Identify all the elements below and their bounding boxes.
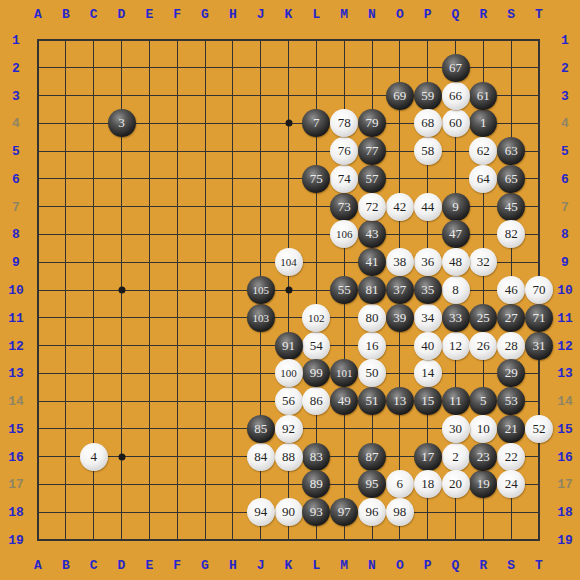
move-number: 72 <box>366 199 379 215</box>
white-stone-move-4: 4 <box>80 443 108 471</box>
black-stone-move-29: 29 <box>497 359 525 387</box>
row-label-right: 1 <box>561 34 569 47</box>
move-number: 38 <box>393 254 406 270</box>
black-stone-move-47: 47 <box>442 220 470 248</box>
black-stone-move-59: 59 <box>414 82 442 110</box>
move-number: 3 <box>118 115 125 131</box>
column-label-bottom: E <box>145 559 153 572</box>
move-number: 10 <box>477 421 490 437</box>
move-number: 102 <box>308 312 325 324</box>
row-label-left: 12 <box>8 339 24 352</box>
column-label-top: H <box>229 8 237 21</box>
black-stone-move-69: 69 <box>386 82 414 110</box>
move-number: 79 <box>366 115 379 131</box>
white-stone-move-96: 96 <box>358 498 386 526</box>
white-stone-move-46: 46 <box>497 276 525 304</box>
black-stone-move-65: 65 <box>497 165 525 193</box>
column-label-bottom: A <box>34 559 42 572</box>
move-number: 62 <box>477 143 490 159</box>
row-label-right: 11 <box>557 311 573 324</box>
row-label-left: 4 <box>12 117 20 130</box>
white-stone-move-26: 26 <box>469 332 497 360</box>
move-number: 1 <box>480 115 487 131</box>
move-number: 49 <box>338 393 351 409</box>
black-stone-move-55: 55 <box>330 276 358 304</box>
white-stone-move-52: 52 <box>525 415 553 443</box>
row-label-left: 7 <box>12 200 20 213</box>
row-label-left: 11 <box>8 311 24 324</box>
move-number: 16 <box>366 338 379 354</box>
black-stone-move-11: 11 <box>442 387 470 415</box>
black-stone-move-93: 93 <box>302 498 330 526</box>
row-label-left: 9 <box>12 256 20 269</box>
column-label-top: L <box>312 8 320 21</box>
move-number: 97 <box>338 504 351 520</box>
row-label-right: 9 <box>561 256 569 269</box>
move-number: 40 <box>421 338 434 354</box>
move-number: 44 <box>421 199 434 215</box>
move-number: 14 <box>421 365 434 381</box>
move-number: 46 <box>505 282 518 298</box>
white-stone-move-14: 14 <box>414 359 442 387</box>
column-label-top: N <box>368 8 376 21</box>
column-label-bottom: P <box>424 559 432 572</box>
move-number: 106 <box>336 228 353 240</box>
white-stone-move-38: 38 <box>386 248 414 276</box>
black-stone-move-57: 57 <box>358 165 386 193</box>
move-number: 19 <box>477 476 490 492</box>
white-stone-move-28: 28 <box>497 332 525 360</box>
black-stone-move-105: 105 <box>247 276 275 304</box>
white-stone-move-104: 104 <box>275 248 303 276</box>
move-number: 7 <box>313 115 320 131</box>
move-number: 42 <box>393 199 406 215</box>
move-number: 31 <box>533 338 546 354</box>
white-stone-move-32: 32 <box>469 248 497 276</box>
black-stone-move-15: 15 <box>414 387 442 415</box>
column-label-top: A <box>34 8 42 21</box>
white-stone-move-16: 16 <box>358 332 386 360</box>
row-label-left: 6 <box>12 172 20 185</box>
move-number: 9 <box>452 199 459 215</box>
black-stone-move-101: 101 <box>330 359 358 387</box>
star-point <box>118 287 125 294</box>
column-label-bottom: B <box>62 559 70 572</box>
move-number: 71 <box>533 310 546 326</box>
column-label-bottom: G <box>201 559 209 572</box>
column-label-bottom: F <box>173 559 181 572</box>
white-stone-move-30: 30 <box>442 415 470 443</box>
move-number: 25 <box>477 310 490 326</box>
white-stone-move-90: 90 <box>275 498 303 526</box>
black-stone-move-81: 81 <box>358 276 386 304</box>
move-number: 95 <box>366 476 379 492</box>
move-number: 36 <box>421 254 434 270</box>
white-stone-move-68: 68 <box>414 109 442 137</box>
move-number: 60 <box>449 115 462 131</box>
row-label-left: 3 <box>12 89 20 102</box>
move-number: 96 <box>366 504 379 520</box>
black-stone-move-13: 13 <box>386 387 414 415</box>
column-label-top: P <box>424 8 432 21</box>
white-stone-move-44: 44 <box>414 193 442 221</box>
row-label-left: 13 <box>8 367 24 380</box>
move-number: 15 <box>421 393 434 409</box>
black-stone-move-83: 83 <box>302 443 330 471</box>
column-label-top: C <box>90 8 98 21</box>
move-number: 77 <box>366 143 379 159</box>
move-number: 93 <box>310 504 323 520</box>
black-stone-move-31: 31 <box>525 332 553 360</box>
move-number: 8 <box>452 282 459 298</box>
white-stone-move-2: 2 <box>442 443 470 471</box>
column-label-top: D <box>118 8 126 21</box>
move-number: 51 <box>366 393 379 409</box>
move-number: 92 <box>282 421 295 437</box>
white-stone-move-102: 102 <box>302 304 330 332</box>
black-stone-move-3: 3 <box>108 109 136 137</box>
move-number: 59 <box>421 88 434 104</box>
move-number: 2 <box>452 449 459 465</box>
column-label-top: J <box>257 8 265 21</box>
black-stone-move-21: 21 <box>497 415 525 443</box>
move-number: 30 <box>449 421 462 437</box>
column-label-bottom: K <box>285 559 293 572</box>
go-board[interactable]: AABBCCDDEEFFGGHHJJKKLLMMNNOOPPQQRRSSTT11… <box>0 0 580 580</box>
white-stone-move-72: 72 <box>358 193 386 221</box>
black-stone-move-49: 49 <box>330 387 358 415</box>
white-stone-move-24: 24 <box>497 470 525 498</box>
column-label-bottom: S <box>507 559 515 572</box>
column-label-top: G <box>201 8 209 21</box>
move-number: 105 <box>252 284 269 296</box>
black-stone-move-37: 37 <box>386 276 414 304</box>
column-label-top: F <box>173 8 181 21</box>
move-number: 13 <box>393 393 406 409</box>
row-label-right: 10 <box>557 284 573 297</box>
black-stone-move-87: 87 <box>358 443 386 471</box>
black-stone-move-97: 97 <box>330 498 358 526</box>
move-number: 81 <box>366 282 379 298</box>
black-stone-move-39: 39 <box>386 304 414 332</box>
black-stone-move-63: 63 <box>497 137 525 165</box>
move-number: 21 <box>505 421 518 437</box>
white-stone-move-20: 20 <box>442 470 470 498</box>
move-number: 61 <box>477 88 490 104</box>
move-number: 78 <box>338 115 351 131</box>
row-label-right: 2 <box>561 61 569 74</box>
black-stone-move-7: 7 <box>302 109 330 137</box>
move-number: 74 <box>338 171 351 187</box>
row-label-right: 5 <box>561 145 569 158</box>
column-label-top: M <box>340 8 348 21</box>
white-stone-move-48: 48 <box>442 248 470 276</box>
move-number: 50 <box>366 365 379 381</box>
black-stone-move-5: 5 <box>469 387 497 415</box>
white-stone-move-82: 82 <box>497 220 525 248</box>
move-number: 17 <box>421 449 434 465</box>
white-stone-move-80: 80 <box>358 304 386 332</box>
move-number: 80 <box>366 310 379 326</box>
row-label-right: 8 <box>561 228 569 241</box>
move-number: 26 <box>477 338 490 354</box>
row-label-right: 4 <box>561 117 569 130</box>
column-label-top: R <box>479 8 487 21</box>
move-number: 45 <box>505 199 518 215</box>
column-label-top: E <box>145 8 153 21</box>
move-number: 67 <box>449 60 462 76</box>
row-label-left: 10 <box>8 284 24 297</box>
white-stone-move-8: 8 <box>442 276 470 304</box>
move-number: 4 <box>90 449 97 465</box>
move-number: 101 <box>336 367 353 379</box>
black-stone-move-77: 77 <box>358 137 386 165</box>
row-label-right: 12 <box>557 339 573 352</box>
move-number: 88 <box>282 449 295 465</box>
row-label-left: 2 <box>12 61 20 74</box>
move-number: 84 <box>254 449 267 465</box>
move-number: 63 <box>505 143 518 159</box>
row-label-right: 7 <box>561 200 569 213</box>
column-label-top: T <box>535 8 543 21</box>
move-number: 34 <box>421 310 434 326</box>
white-stone-move-36: 36 <box>414 248 442 276</box>
row-label-left: 1 <box>12 34 20 47</box>
move-number: 32 <box>477 254 490 270</box>
white-stone-move-78: 78 <box>330 109 358 137</box>
move-number: 29 <box>505 365 518 381</box>
white-stone-move-54: 54 <box>302 332 330 360</box>
white-stone-move-64: 64 <box>469 165 497 193</box>
move-number: 56 <box>282 393 295 409</box>
column-label-bottom: L <box>312 559 320 572</box>
move-number: 73 <box>338 199 351 215</box>
black-stone-move-25: 25 <box>469 304 497 332</box>
black-stone-move-27: 27 <box>497 304 525 332</box>
move-number: 91 <box>282 338 295 354</box>
white-stone-move-60: 60 <box>442 109 470 137</box>
move-number: 103 <box>252 312 269 324</box>
black-stone-move-103: 103 <box>247 304 275 332</box>
row-label-left: 17 <box>8 478 24 491</box>
move-number: 83 <box>310 449 323 465</box>
black-stone-move-75: 75 <box>302 165 330 193</box>
white-stone-move-18: 18 <box>414 470 442 498</box>
white-stone-move-34: 34 <box>414 304 442 332</box>
column-label-bottom: J <box>257 559 265 572</box>
white-stone-move-58: 58 <box>414 137 442 165</box>
move-number: 27 <box>505 310 518 326</box>
move-number: 75 <box>310 171 323 187</box>
black-stone-move-99: 99 <box>302 359 330 387</box>
move-number: 57 <box>366 171 379 187</box>
black-stone-move-19: 19 <box>469 470 497 498</box>
white-stone-move-12: 12 <box>442 332 470 360</box>
column-label-bottom: O <box>396 559 404 572</box>
move-number: 24 <box>505 476 518 492</box>
white-stone-move-106: 106 <box>330 220 358 248</box>
move-number: 47 <box>449 226 462 242</box>
white-stone-move-86: 86 <box>302 387 330 415</box>
move-number: 99 <box>310 365 323 381</box>
black-stone-move-23: 23 <box>469 443 497 471</box>
move-number: 90 <box>282 504 295 520</box>
move-number: 55 <box>338 282 351 298</box>
move-number: 52 <box>533 421 546 437</box>
white-stone-move-56: 56 <box>275 387 303 415</box>
white-stone-move-50: 50 <box>358 359 386 387</box>
move-number: 39 <box>393 310 406 326</box>
white-stone-move-66: 66 <box>442 82 470 110</box>
row-label-right: 3 <box>561 89 569 102</box>
star-point <box>118 453 125 460</box>
move-number: 85 <box>254 421 267 437</box>
black-stone-move-17: 17 <box>414 443 442 471</box>
move-number: 41 <box>366 254 379 270</box>
move-number: 87 <box>366 449 379 465</box>
white-stone-move-10: 10 <box>469 415 497 443</box>
black-stone-move-95: 95 <box>358 470 386 498</box>
move-number: 82 <box>505 226 518 242</box>
move-number: 58 <box>421 143 434 159</box>
column-label-top: B <box>62 8 70 21</box>
move-number: 53 <box>505 393 518 409</box>
column-label-bottom: M <box>340 559 348 572</box>
white-stone-move-100: 100 <box>275 359 303 387</box>
grid-line-horizontal <box>37 539 540 541</box>
move-number: 94 <box>254 504 267 520</box>
white-stone-move-94: 94 <box>247 498 275 526</box>
black-stone-move-1: 1 <box>469 109 497 137</box>
black-stone-move-73: 73 <box>330 193 358 221</box>
black-stone-move-53: 53 <box>497 387 525 415</box>
black-stone-move-33: 33 <box>442 304 470 332</box>
black-stone-move-91: 91 <box>275 332 303 360</box>
black-stone-move-67: 67 <box>442 54 470 82</box>
white-stone-move-74: 74 <box>330 165 358 193</box>
move-number: 54 <box>310 338 323 354</box>
row-label-right: 15 <box>557 422 573 435</box>
column-label-bottom: R <box>479 559 487 572</box>
white-stone-move-62: 62 <box>469 137 497 165</box>
white-stone-move-6: 6 <box>386 470 414 498</box>
move-number: 12 <box>449 338 462 354</box>
move-number: 22 <box>505 449 518 465</box>
row-label-left: 14 <box>8 395 24 408</box>
move-number: 37 <box>393 282 406 298</box>
move-number: 68 <box>421 115 434 131</box>
move-number: 6 <box>397 476 404 492</box>
white-stone-move-88: 88 <box>275 443 303 471</box>
column-label-bottom: Q <box>452 559 460 572</box>
move-number: 43 <box>366 226 379 242</box>
black-stone-move-79: 79 <box>358 109 386 137</box>
white-stone-move-70: 70 <box>525 276 553 304</box>
row-label-right: 17 <box>557 478 573 491</box>
white-stone-move-76: 76 <box>330 137 358 165</box>
row-label-right: 6 <box>561 172 569 185</box>
move-number: 23 <box>477 449 490 465</box>
column-label-bottom: N <box>368 559 376 572</box>
move-number: 48 <box>449 254 462 270</box>
move-number: 86 <box>310 393 323 409</box>
move-number: 104 <box>280 256 297 268</box>
black-stone-move-35: 35 <box>414 276 442 304</box>
move-number: 76 <box>338 143 351 159</box>
move-number: 64 <box>477 171 490 187</box>
black-stone-move-89: 89 <box>302 470 330 498</box>
row-label-right: 16 <box>557 450 573 463</box>
column-label-top: K <box>285 8 293 21</box>
move-number: 5 <box>480 393 487 409</box>
column-label-top: O <box>396 8 404 21</box>
row-label-left: 15 <box>8 422 24 435</box>
black-stone-move-9: 9 <box>442 193 470 221</box>
black-stone-move-45: 45 <box>497 193 525 221</box>
move-number: 89 <box>310 476 323 492</box>
black-stone-move-71: 71 <box>525 304 553 332</box>
move-number: 65 <box>505 171 518 187</box>
column-label-bottom: H <box>229 559 237 572</box>
row-label-left: 16 <box>8 450 24 463</box>
white-stone-move-84: 84 <box>247 443 275 471</box>
black-stone-move-43: 43 <box>358 220 386 248</box>
move-number: 35 <box>421 282 434 298</box>
row-label-right: 19 <box>557 534 573 547</box>
column-label-bottom: C <box>90 559 98 572</box>
white-stone-move-98: 98 <box>386 498 414 526</box>
move-number: 18 <box>421 476 434 492</box>
move-number: 33 <box>449 310 462 326</box>
row-label-left: 19 <box>8 534 24 547</box>
black-stone-move-85: 85 <box>247 415 275 443</box>
black-stone-move-51: 51 <box>358 387 386 415</box>
row-label-right: 18 <box>557 506 573 519</box>
move-number: 66 <box>449 88 462 104</box>
white-stone-move-22: 22 <box>497 443 525 471</box>
move-number: 98 <box>393 504 406 520</box>
row-label-left: 8 <box>12 228 20 241</box>
row-label-left: 18 <box>8 506 24 519</box>
white-stone-move-40: 40 <box>414 332 442 360</box>
move-number: 20 <box>449 476 462 492</box>
row-label-right: 13 <box>557 367 573 380</box>
star-point <box>285 120 292 127</box>
star-point <box>285 287 292 294</box>
black-stone-move-61: 61 <box>469 82 497 110</box>
white-stone-move-42: 42 <box>386 193 414 221</box>
column-label-top: Q <box>452 8 460 21</box>
row-label-right: 14 <box>557 395 573 408</box>
move-number: 28 <box>505 338 518 354</box>
row-label-left: 5 <box>12 145 20 158</box>
column-label-bottom: T <box>535 559 543 572</box>
column-label-top: S <box>507 8 515 21</box>
black-stone-move-41: 41 <box>358 248 386 276</box>
move-number: 11 <box>449 393 462 409</box>
column-label-bottom: D <box>118 559 126 572</box>
move-number: 69 <box>393 88 406 104</box>
move-number: 70 <box>533 282 546 298</box>
white-stone-move-92: 92 <box>275 415 303 443</box>
move-number: 100 <box>280 367 297 379</box>
